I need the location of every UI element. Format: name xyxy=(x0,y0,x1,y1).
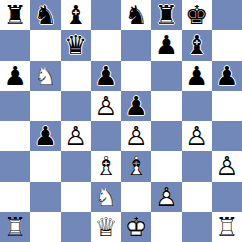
piece-black-rook: ♜ xyxy=(0,0,30,30)
square-a3[interactable] xyxy=(0,151,30,181)
piece-white-pawn: ♟♙ xyxy=(182,121,212,151)
piece-black-queen: ♛ xyxy=(61,30,91,60)
square-f4[interactable] xyxy=(151,121,181,151)
piece-black-pawn: ♟ xyxy=(0,61,30,91)
square-h3[interactable]: ♟♙ xyxy=(212,151,242,181)
piece-white-knight: ♞♘ xyxy=(91,182,121,212)
square-f1[interactable] xyxy=(151,212,181,242)
square-g1[interactable] xyxy=(182,212,212,242)
square-g7[interactable]: ♝ xyxy=(182,30,212,60)
square-h5[interactable] xyxy=(212,91,242,121)
piece-white-pawn: ♟♙ xyxy=(151,182,181,212)
square-g8[interactable]: ♚ xyxy=(182,0,212,30)
square-c5[interactable] xyxy=(61,91,91,121)
square-c6[interactable] xyxy=(61,61,91,91)
chess-board: ♜♞♝♞♜♚♛♟♝♟♞♘♟♟♟♟♙♟♟♟♙♟♙♟♙♝♗♝♗♟♙♞♘♟♙♜♖♛♕♚… xyxy=(0,0,242,242)
square-a1[interactable]: ♜♖ xyxy=(0,212,30,242)
piece-white-rook: ♜♖ xyxy=(0,212,30,242)
piece-white-rook: ♜♖ xyxy=(212,212,242,242)
square-a6[interactable]: ♟ xyxy=(0,61,30,91)
square-d4[interactable] xyxy=(91,121,121,151)
piece-black-pawn: ♟ xyxy=(30,121,60,151)
piece-black-bishop: ♝ xyxy=(182,30,212,60)
piece-white-bishop: ♝♗ xyxy=(121,151,151,181)
piece-white-bishop: ♝♗ xyxy=(91,151,121,181)
square-d1[interactable]: ♛♕ xyxy=(91,212,121,242)
square-b2[interactable] xyxy=(30,182,60,212)
square-a7[interactable] xyxy=(0,30,30,60)
square-c1[interactable] xyxy=(61,212,91,242)
square-f5[interactable] xyxy=(151,91,181,121)
piece-black-pawn: ♟ xyxy=(151,30,181,60)
square-e5[interactable]: ♟ xyxy=(121,91,151,121)
square-h6[interactable]: ♟ xyxy=(212,61,242,91)
square-d8[interactable] xyxy=(91,0,121,30)
square-e4[interactable]: ♟♙ xyxy=(121,121,151,151)
piece-black-pawn: ♟ xyxy=(121,91,151,121)
square-b4[interactable]: ♟ xyxy=(30,121,60,151)
square-f8[interactable]: ♜ xyxy=(151,0,181,30)
piece-white-queen: ♛♕ xyxy=(91,212,121,242)
square-h1[interactable]: ♜♖ xyxy=(212,212,242,242)
square-a8[interactable]: ♜ xyxy=(0,0,30,30)
square-a5[interactable] xyxy=(0,91,30,121)
piece-black-knight: ♞ xyxy=(30,0,60,30)
square-c8[interactable]: ♝ xyxy=(61,0,91,30)
square-e6[interactable] xyxy=(121,61,151,91)
square-e1[interactable]: ♚♔ xyxy=(121,212,151,242)
square-g6[interactable]: ♟ xyxy=(182,61,212,91)
piece-black-king: ♚ xyxy=(182,0,212,30)
square-e2[interactable] xyxy=(121,182,151,212)
square-d3[interactable]: ♝♗ xyxy=(91,151,121,181)
chess-board-container: ♜♞♝♞♜♚♛♟♝♟♞♘♟♟♟♟♙♟♟♟♙♟♙♟♙♝♗♝♗♟♙♞♘♟♙♜♖♛♕♚… xyxy=(0,0,242,242)
square-h8[interactable] xyxy=(212,0,242,30)
square-f7[interactable]: ♟ xyxy=(151,30,181,60)
piece-white-king: ♚♔ xyxy=(121,212,151,242)
piece-white-knight: ♞♘ xyxy=(30,61,60,91)
square-h7[interactable] xyxy=(212,30,242,60)
piece-black-bishop: ♝ xyxy=(61,0,91,30)
piece-black-knight: ♞ xyxy=(121,0,151,30)
square-b5[interactable] xyxy=(30,91,60,121)
square-e8[interactable]: ♞ xyxy=(121,0,151,30)
square-e3[interactable]: ♝♗ xyxy=(121,151,151,181)
square-c7[interactable]: ♛ xyxy=(61,30,91,60)
square-g2[interactable] xyxy=(182,182,212,212)
square-f3[interactable] xyxy=(151,151,181,181)
square-d6[interactable]: ♟ xyxy=(91,61,121,91)
piece-white-pawn: ♟♙ xyxy=(212,151,242,181)
piece-black-pawn: ♟ xyxy=(182,61,212,91)
square-e7[interactable] xyxy=(121,30,151,60)
piece-white-pawn: ♟♙ xyxy=(121,121,151,151)
square-c2[interactable] xyxy=(61,182,91,212)
piece-black-rook: ♜ xyxy=(151,0,181,30)
square-d5[interactable]: ♟♙ xyxy=(91,91,121,121)
square-h2[interactable] xyxy=(212,182,242,212)
square-h4[interactable] xyxy=(212,121,242,151)
square-f6[interactable] xyxy=(151,61,181,91)
square-g4[interactable]: ♟♙ xyxy=(182,121,212,151)
piece-black-pawn: ♟ xyxy=(212,61,242,91)
square-b7[interactable] xyxy=(30,30,60,60)
square-a2[interactable] xyxy=(0,182,30,212)
square-c3[interactable] xyxy=(61,151,91,181)
square-a4[interactable] xyxy=(0,121,30,151)
square-g5[interactable] xyxy=(182,91,212,121)
square-d2[interactable]: ♞♘ xyxy=(91,182,121,212)
square-b3[interactable] xyxy=(30,151,60,181)
square-b6[interactable]: ♞♘ xyxy=(30,61,60,91)
square-f2[interactable]: ♟♙ xyxy=(151,182,181,212)
square-c4[interactable]: ♟♙ xyxy=(61,121,91,151)
piece-white-pawn: ♟♙ xyxy=(61,121,91,151)
square-d7[interactable] xyxy=(91,30,121,60)
piece-black-pawn: ♟ xyxy=(91,61,121,91)
piece-white-pawn: ♟♙ xyxy=(91,91,121,121)
square-g3[interactable] xyxy=(182,151,212,181)
square-b1[interactable] xyxy=(30,212,60,242)
square-b8[interactable]: ♞ xyxy=(30,0,60,30)
